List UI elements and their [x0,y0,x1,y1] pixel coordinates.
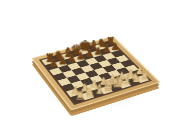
square-h4 [120,60,133,67]
square-d6 [76,60,89,67]
scene: ♜♞♝♛♚♝♞♜♟♟♟♟♟♟♟♟♟♟♟♟♟♟♟♟♜♞♝♛♚♝♞♜ [46,22,142,118]
black-rook-piece: ♜ [106,37,115,47]
black-rook-piece: ♜ [45,53,55,64]
square-c6 [67,63,80,71]
black-bishop-piece: ♝ [62,47,73,59]
square-f8: ♝ [85,46,98,53]
black-pawn-piece: ♟ [85,49,94,59]
black-pawn-piece: ♟ [94,47,103,57]
black-queen-piece: ♛ [70,43,82,57]
black-bishop-piece: ♝ [88,40,99,52]
square-h8: ♜ [102,41,115,48]
square-e6 [85,58,98,65]
square-g1: ♞ [126,78,140,86]
black-knight-piece: ♞ [97,38,107,49]
square-g7: ♟ [98,48,111,55]
square-c7: ♟ [63,58,76,65]
black-pawn-piece: ♟ [58,56,67,66]
square-b7: ♟ [54,60,67,67]
square-h5 [116,55,129,62]
square-e8: ♚ [77,48,90,55]
square-g5 [107,57,120,64]
square-d8: ♛ [68,51,81,58]
square-e7: ♟ [81,53,94,60]
square-g4 [112,62,125,70]
product-photo: ♜♞♝♛♚♝♞♜♟♟♟♟♟♟♟♟♟♟♟♟♟♟♟♟♜♞♝♛♚♝♞♜ [0,0,189,140]
square-b8: ♞ [50,55,63,62]
square-f7: ♟ [89,50,102,57]
black-knight-piece: ♞ [54,50,65,62]
square-h6 [111,50,124,57]
square-a8: ♜ [41,58,54,65]
square-f6 [94,55,107,62]
black-pawn-piece: ♟ [67,54,76,64]
square-g8: ♞ [94,44,107,51]
square-d7: ♟ [72,55,85,62]
square-c8: ♝ [59,53,72,60]
black-pawn-piece: ♟ [102,44,111,54]
square-d5 [81,65,94,73]
black-pawn-piece: ♟ [49,59,58,69]
black-pawn-piece: ♟ [76,51,85,61]
chess-board: ♜♞♝♛♚♝♞♜♟♟♟♟♟♟♟♟♟♟♟♟♟♟♟♟♜♞♝♛♚♝♞♜ [31,36,160,110]
square-h1: ♜ [135,75,149,83]
square-h7: ♟ [106,46,119,53]
square-a7: ♟ [45,63,58,71]
square-g6 [102,53,115,60]
square-f5 [98,60,111,67]
square-e5 [90,62,103,70]
black-king-piece: ♚ [79,40,92,54]
white-pawn-piece: ♟ [135,66,144,76]
black-pawn-piece: ♟ [111,42,120,52]
